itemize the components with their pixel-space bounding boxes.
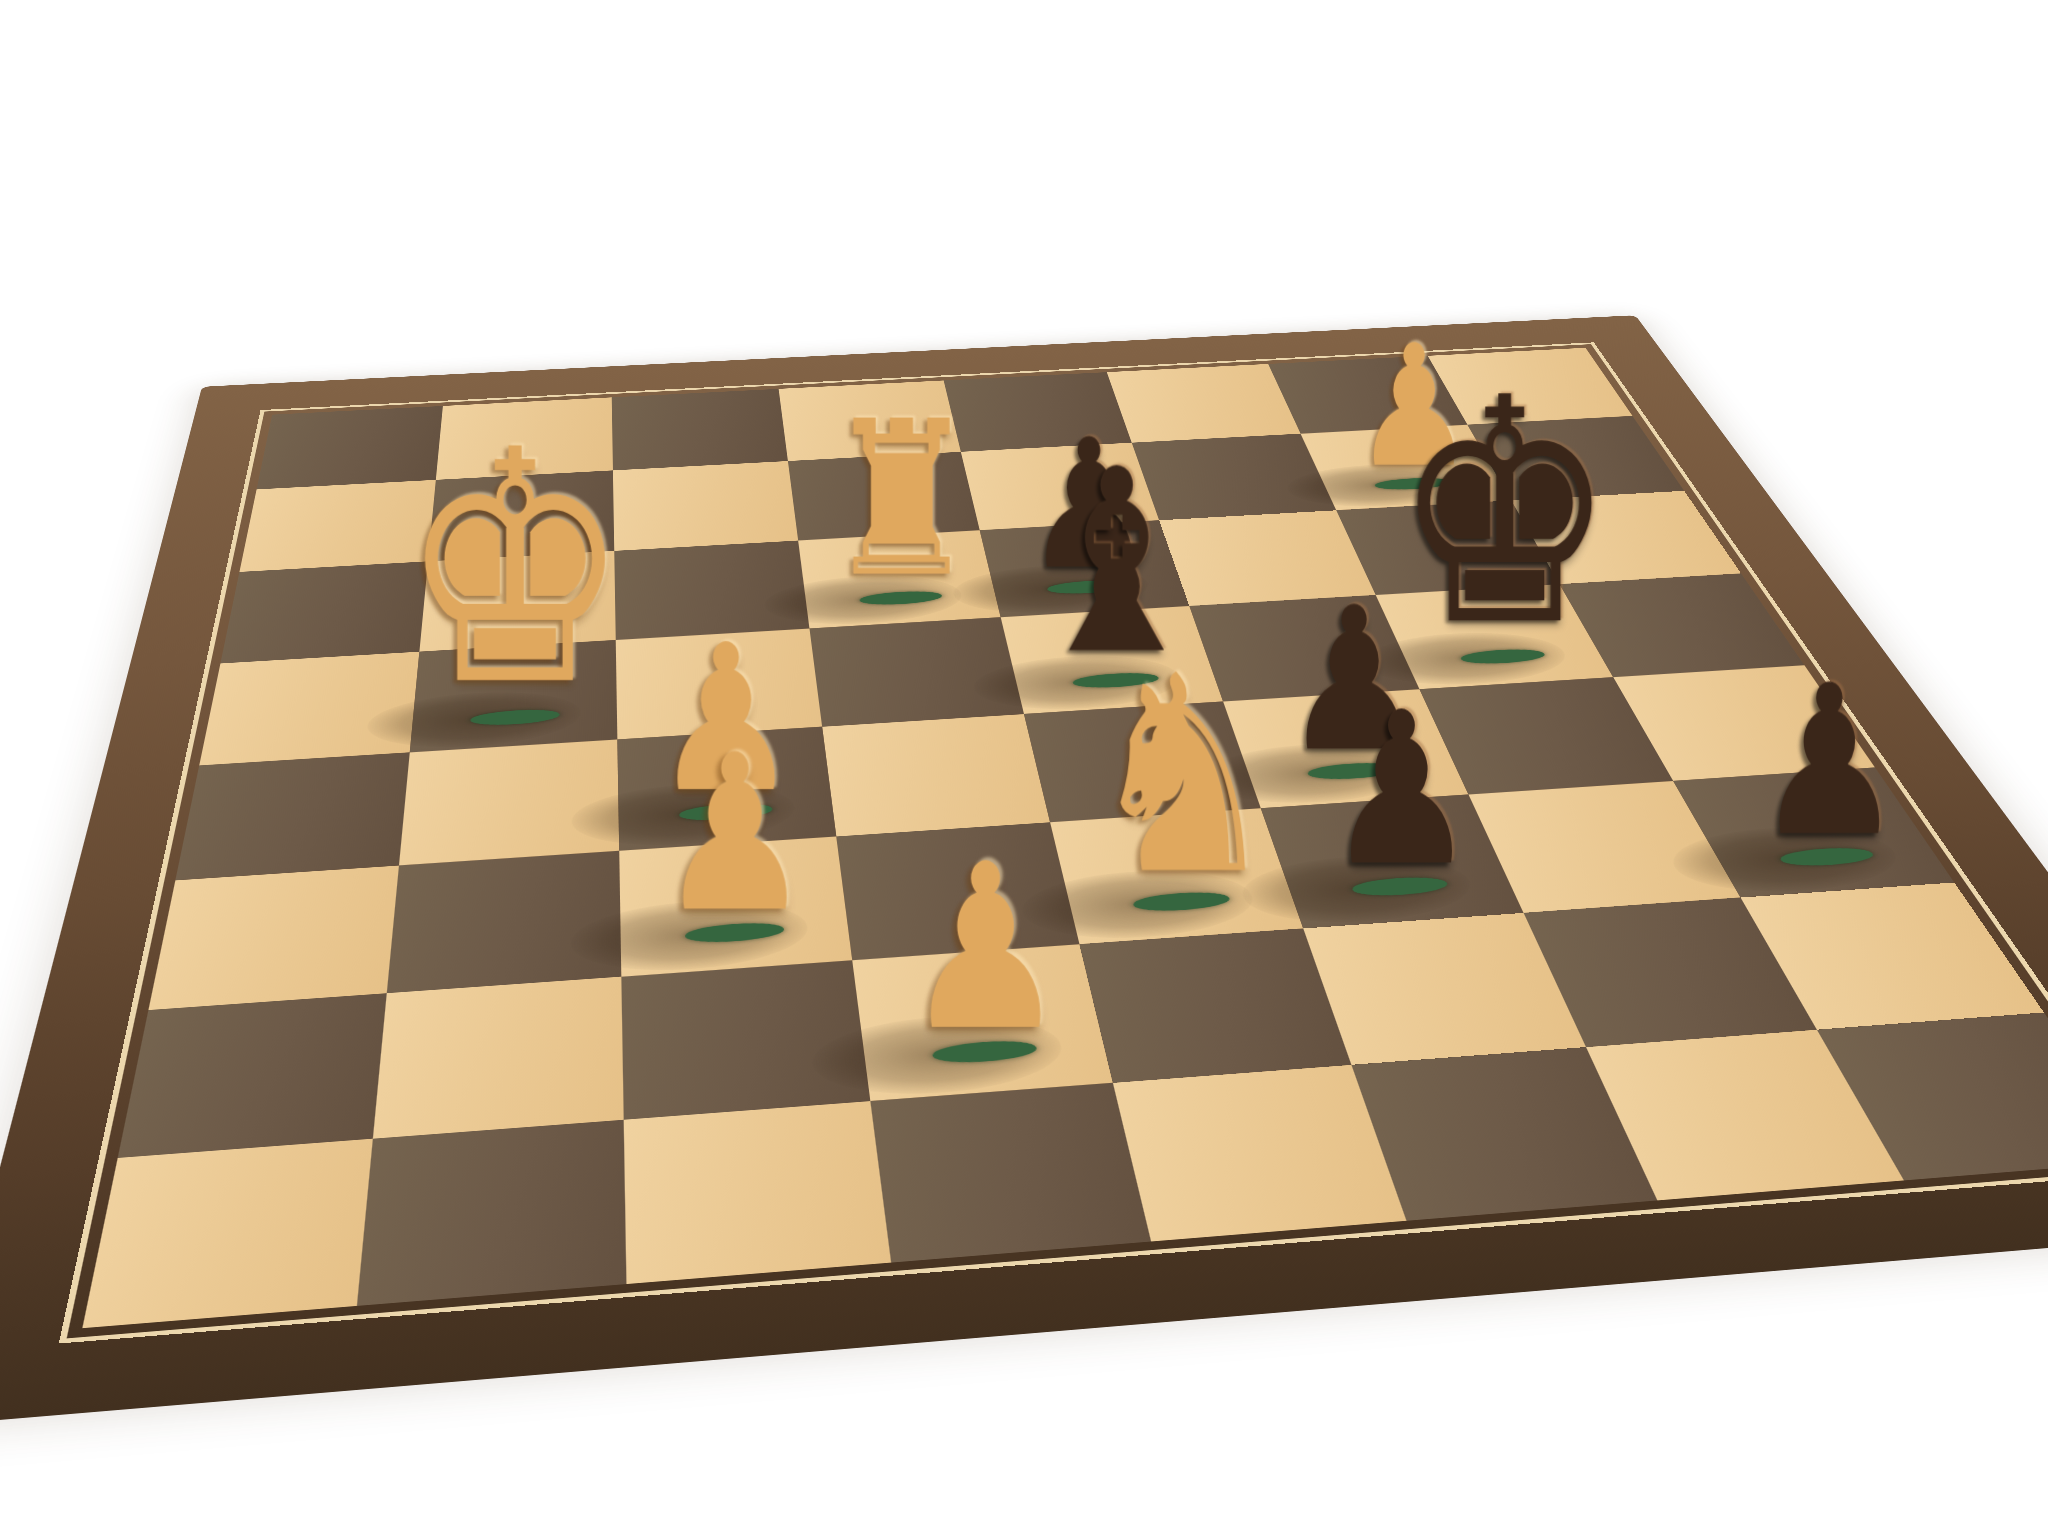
square-c6[interactable]: ♟ — [619, 836, 852, 976]
square-a8[interactable] — [82, 1138, 373, 1327]
board-stage: ♟♜♟♚♝♚♟♟♟♞♟♟♟ — [124, 0, 1924, 1535]
square-e1[interactable] — [944, 372, 1132, 452]
square-d2[interactable] — [788, 452, 980, 541]
square-d3[interactable]: ♜ — [798, 530, 1001, 628]
square-f1[interactable] — [1107, 364, 1301, 443]
square-b8[interactable] — [357, 1119, 627, 1305]
board-3d-plane: ♟♜♟♚♝♚♟♟♟♞♟♟♟ — [0, 315, 2048, 1425]
square-a6[interactable] — [148, 865, 399, 1010]
square-g2[interactable]: ♟ — [1301, 425, 1512, 511]
square-g1[interactable] — [1268, 356, 1467, 434]
square-b4[interactable]: ♚ — [410, 640, 618, 752]
square-e6[interactable]: ♞ — [1050, 808, 1303, 944]
piece-black-pawn[interactable]: ♟ — [1755, 664, 1904, 861]
square-a7[interactable] — [118, 993, 387, 1158]
square-d7[interactable]: ♟ — [852, 944, 1113, 1101]
piece-black-pawn[interactable]: ♟ — [1326, 690, 1477, 890]
square-c7[interactable] — [621, 960, 870, 1119]
square-h3[interactable] — [1511, 491, 1741, 584]
piece-white-knight[interactable]: ♞ — [1085, 647, 1280, 905]
piece-white-pawn[interactable]: ♟ — [904, 840, 1068, 1057]
square-c8[interactable] — [624, 1101, 891, 1284]
piece-white-king[interactable]: ♚ — [400, 415, 630, 720]
square-h6[interactable]: ♟ — [1673, 767, 1954, 897]
square-b5[interactable] — [399, 739, 619, 865]
felt-pad — [1458, 647, 1549, 665]
piece-black-king[interactable]: ♚ — [1393, 365, 1616, 660]
square-f2[interactable] — [1132, 433, 1337, 520]
felt-pad — [1045, 579, 1130, 595]
piece-white-pawn[interactable]: ♟ — [1354, 327, 1474, 487]
square-a4[interactable] — [199, 651, 419, 765]
square-e2[interactable] — [961, 442, 1159, 530]
piece-shadow — [1279, 460, 1479, 511]
square-c1[interactable] — [612, 389, 788, 470]
piece-white-pawn[interactable]: ♟ — [658, 732, 813, 937]
photo-scene: ♟♜♟♚♝♚♟♟♟♞♟♟♟ — [0, 0, 2048, 1535]
square-c2[interactable] — [613, 461, 798, 551]
felt-pad — [1372, 476, 1453, 490]
square-h7[interactable] — [1741, 882, 2044, 1029]
square-d8[interactable] — [870, 1083, 1151, 1263]
square-b7[interactable] — [373, 976, 624, 1138]
piece-white-rook[interactable]: ♜ — [825, 398, 978, 601]
piece-black-pawn[interactable]: ♟ — [1025, 420, 1153, 590]
square-d4[interactable] — [809, 617, 1024, 726]
chess-board: ♟♜♟♚♝♚♟♟♟♞♟♟♟ — [0, 315, 2048, 1425]
piece-shadow — [948, 560, 1155, 617]
square-a5[interactable] — [175, 752, 409, 880]
square-b6[interactable] — [387, 851, 622, 993]
square-h1[interactable] — [1428, 348, 1633, 425]
square-a3[interactable] — [220, 561, 428, 663]
square-e7[interactable] — [1079, 928, 1351, 1082]
square-e3[interactable]: ♟ — [980, 520, 1190, 617]
square-d1[interactable] — [779, 380, 961, 461]
felt-pad — [858, 590, 943, 606]
square-h2[interactable] — [1468, 416, 1685, 501]
playing-area: ♟♜♟♚♝♚♟♟♟♞♟♟♟ — [82, 348, 2048, 1328]
